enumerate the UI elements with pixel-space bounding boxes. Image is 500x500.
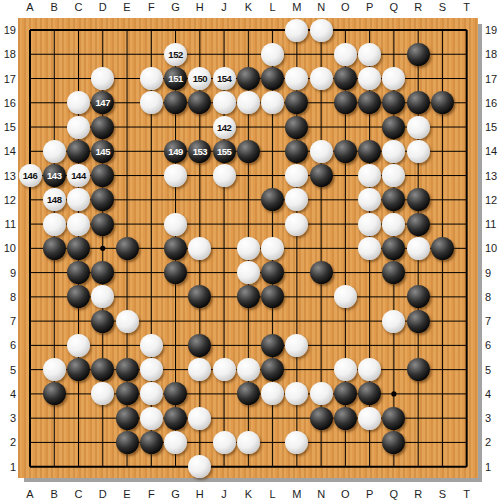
- stone-black: [334, 140, 357, 163]
- move-number-label: 149: [168, 146, 182, 157]
- coord-label-col-top: T: [457, 1, 477, 13]
- coord-label-row-right: 18: [485, 48, 500, 60]
- stone-white: [237, 358, 260, 381]
- coord-label-row-left: 5: [0, 364, 16, 376]
- coord-label-col-top: J: [214, 1, 234, 13]
- coord-label-col-bottom: J: [214, 488, 234, 500]
- stone-black: [43, 382, 66, 405]
- coord-label-row-left: 14: [0, 145, 16, 157]
- coord-label-row-right: 17: [485, 73, 500, 85]
- stone-white: [164, 431, 187, 454]
- move-number-label: 146: [23, 170, 37, 181]
- stone-black: [67, 140, 90, 163]
- stone-black: [285, 140, 308, 163]
- go-board-page: AABBCCDDEEFFGGHHJJKKLLMMNNOOPPQQRRSSTT19…: [0, 0, 500, 500]
- stone-white: [334, 358, 357, 381]
- stone-black: [67, 237, 90, 260]
- coord-label-row-right: 9: [485, 267, 500, 279]
- stone-black: [116, 358, 139, 381]
- stone-black: 145: [91, 140, 114, 163]
- stone-white: [407, 116, 430, 139]
- stone-black: [382, 116, 405, 139]
- stone-white: [310, 19, 333, 42]
- move-number-label: 154: [217, 73, 231, 84]
- coord-label-row-left: 7: [0, 315, 16, 327]
- stone-white: 148: [43, 188, 66, 211]
- stone-white: [140, 67, 163, 90]
- coord-label-col-bottom: B: [44, 488, 64, 500]
- stone-black: [116, 237, 139, 260]
- stone-white: 152: [164, 43, 187, 66]
- stone-white: [67, 213, 90, 236]
- stone-white: [237, 261, 260, 284]
- stone-black: [164, 407, 187, 430]
- move-number-label: 155: [217, 146, 231, 157]
- stone-white: [140, 358, 163, 381]
- stone-black: [382, 407, 405, 430]
- stone-black: [407, 188, 430, 211]
- coord-label-col-bottom: G: [166, 488, 186, 500]
- stone-black: [310, 407, 333, 430]
- stone-white: [237, 431, 260, 454]
- stone-white: [213, 91, 236, 114]
- stone-black: [334, 407, 357, 430]
- stone-black: [310, 164, 333, 187]
- coord-label-row-left: 8: [0, 291, 16, 303]
- stone-black: [237, 67, 260, 90]
- coord-label-col-top: Q: [384, 1, 404, 13]
- coord-label-row-left: 17: [0, 73, 16, 85]
- coord-label-row-right: 16: [485, 97, 500, 109]
- stone-white: [310, 67, 333, 90]
- stone-black: [358, 140, 381, 163]
- coord-label-row-left: 16: [0, 97, 16, 109]
- coord-label-row-right: 8: [485, 291, 500, 303]
- stone-white: [67, 334, 90, 357]
- coord-label-row-left: 19: [0, 24, 16, 36]
- coord-label-row-left: 1: [0, 461, 16, 473]
- stone-white: [67, 116, 90, 139]
- coord-label-col-bottom: E: [117, 488, 137, 500]
- stone-white: [261, 237, 284, 260]
- coord-label-row-left: 10: [0, 242, 16, 254]
- stone-white: [382, 213, 405, 236]
- stone-black: [91, 213, 114, 236]
- stone-black: [164, 261, 187, 284]
- stone-white: [358, 407, 381, 430]
- coord-label-col-bottom: D: [93, 488, 113, 500]
- coord-label-row-right: 6: [485, 339, 500, 351]
- stone-black: [164, 237, 187, 260]
- coord-label-col-top: A: [20, 1, 40, 13]
- coord-label-col-bottom: F: [141, 488, 161, 500]
- stone-black: 151: [164, 67, 187, 90]
- coord-label-col-top: M: [287, 1, 307, 13]
- stone-black: [237, 140, 260, 163]
- move-number-label: 152: [168, 49, 182, 60]
- coord-label-col-top: B: [44, 1, 64, 13]
- stone-black: 153: [188, 140, 211, 163]
- stone-black: [140, 431, 163, 454]
- coord-label-col-top: F: [141, 1, 161, 13]
- coord-label-col-top: O: [335, 1, 355, 13]
- coord-label-col-bottom: H: [190, 488, 210, 500]
- stone-black: [91, 116, 114, 139]
- stone-white: [358, 237, 381, 260]
- stone-white: [213, 431, 236, 454]
- stone-black: [116, 382, 139, 405]
- stone-white: [213, 164, 236, 187]
- stone-black: [116, 407, 139, 430]
- stone-black: 149: [164, 140, 187, 163]
- stone-white: [43, 213, 66, 236]
- coord-label-col-top: L: [263, 1, 283, 13]
- stone-black: [431, 237, 454, 260]
- stone-black: [116, 431, 139, 454]
- stone-white: [140, 334, 163, 357]
- coord-label-row-left: 12: [0, 194, 16, 206]
- stone-black: [285, 116, 308, 139]
- stone-white: [285, 213, 308, 236]
- coord-label-row-right: 14: [485, 145, 500, 157]
- stone-white: 154: [213, 67, 236, 90]
- coord-label-col-bottom: A: [20, 488, 40, 500]
- stone-white: 146: [19, 164, 42, 187]
- coord-label-col-bottom: P: [360, 488, 380, 500]
- coord-label-row-left: 9: [0, 267, 16, 279]
- stone-white: [407, 140, 430, 163]
- coord-label-col-top: P: [360, 1, 380, 13]
- coord-label-row-right: 5: [485, 364, 500, 376]
- coord-label-col-bottom: S: [432, 488, 452, 500]
- stone-white: [237, 237, 260, 260]
- coord-label-row-left: 4: [0, 388, 16, 400]
- stone-black: [310, 261, 333, 284]
- coord-label-row-right: 19: [485, 24, 500, 36]
- coord-label-col-bottom: O: [335, 488, 355, 500]
- coord-label-col-bottom: R: [408, 488, 428, 500]
- stone-white: [358, 213, 381, 236]
- stone-black: [407, 91, 430, 114]
- coord-label-col-bottom: Q: [384, 488, 404, 500]
- stone-black: 143: [43, 164, 66, 187]
- stone-black: [407, 285, 430, 308]
- coord-label-col-bottom: T: [457, 488, 477, 500]
- stone-white: [116, 310, 139, 333]
- stone-black: 155: [213, 140, 236, 163]
- stone-white: [285, 19, 308, 42]
- stone-white: [140, 407, 163, 430]
- coord-label-col-bottom: L: [263, 488, 283, 500]
- coord-label-row-left: 15: [0, 121, 16, 133]
- stone-black: [407, 43, 430, 66]
- stone-black: [407, 310, 430, 333]
- stone-black: [67, 261, 90, 284]
- stone-black: [43, 237, 66, 260]
- stone-black: [334, 91, 357, 114]
- move-number-label: 150: [193, 73, 207, 84]
- go-board[interactable]: 1521511501541471421451491531551461431441…: [18, 18, 478, 478]
- coord-label-row-left: 13: [0, 170, 16, 182]
- stone-black: [67, 358, 90, 381]
- move-number-label: 144: [71, 170, 85, 181]
- stone-white: [261, 43, 284, 66]
- coord-label-col-top: C: [69, 1, 89, 13]
- move-number-label: 147: [96, 97, 110, 108]
- stone-white: [358, 43, 381, 66]
- coord-label-col-top: H: [190, 1, 210, 13]
- coord-label-row-right: 1: [485, 461, 500, 473]
- coord-label-row-right: 11: [485, 218, 500, 230]
- move-number-label: 148: [47, 194, 61, 205]
- coord-label-col-bottom: M: [287, 488, 307, 500]
- coord-label-row-right: 12: [485, 194, 500, 206]
- coord-label-col-top: G: [166, 1, 186, 13]
- stone-white: [164, 213, 187, 236]
- stone-black: [91, 310, 114, 333]
- stone-black: [407, 358, 430, 381]
- stone-white: [164, 164, 187, 187]
- coord-label-row-right: 4: [485, 388, 500, 400]
- stone-black: [261, 334, 284, 357]
- move-number-label: 151: [168, 73, 182, 84]
- stone-white: [43, 358, 66, 381]
- coord-label-row-left: 6: [0, 339, 16, 351]
- coord-label-row-right: 3: [485, 412, 500, 424]
- stone-white: [188, 237, 211, 260]
- coord-label-col-bottom: N: [311, 488, 331, 500]
- coord-label-col-top: E: [117, 1, 137, 13]
- coord-label-col-top: D: [93, 1, 113, 13]
- stone-white: [310, 140, 333, 163]
- stone-white: [237, 91, 260, 114]
- stone-white: [188, 407, 211, 430]
- coord-label-row-right: 7: [485, 315, 500, 327]
- coord-label-row-right: 10: [485, 242, 500, 254]
- stone-black: [261, 67, 284, 90]
- coord-label-col-top: S: [432, 1, 452, 13]
- coord-label-col-top: R: [408, 1, 428, 13]
- stone-white: [382, 310, 405, 333]
- coord-label-row-right: 2: [485, 436, 500, 448]
- stone-white: [334, 43, 357, 66]
- coord-label-row-left: 11: [0, 218, 16, 230]
- stone-white: [310, 382, 333, 405]
- stone-white: [358, 67, 381, 90]
- stone-white: [407, 237, 430, 260]
- coord-label-row-left: 2: [0, 436, 16, 448]
- move-number-label: 143: [47, 170, 61, 181]
- stone-white: 144: [67, 164, 90, 187]
- move-number-label: 145: [96, 146, 110, 157]
- move-number-label: 153: [193, 146, 207, 157]
- move-number-label: 142: [217, 122, 231, 133]
- coord-label-row-left: 3: [0, 412, 16, 424]
- stone-white: [140, 91, 163, 114]
- stone-white: [43, 140, 66, 163]
- coord-label-row-left: 18: [0, 48, 16, 60]
- coord-label-col-bottom: K: [238, 488, 258, 500]
- coord-label-row-right: 13: [485, 170, 500, 182]
- stone-black: [334, 67, 357, 90]
- stone-black: [407, 213, 430, 236]
- stone-white: 142: [213, 116, 236, 139]
- coord-label-col-bottom: C: [69, 488, 89, 500]
- stone-white: [213, 358, 236, 381]
- coord-label-row-right: 15: [485, 121, 500, 133]
- coord-label-col-top: N: [311, 1, 331, 13]
- coord-label-col-top: K: [238, 1, 258, 13]
